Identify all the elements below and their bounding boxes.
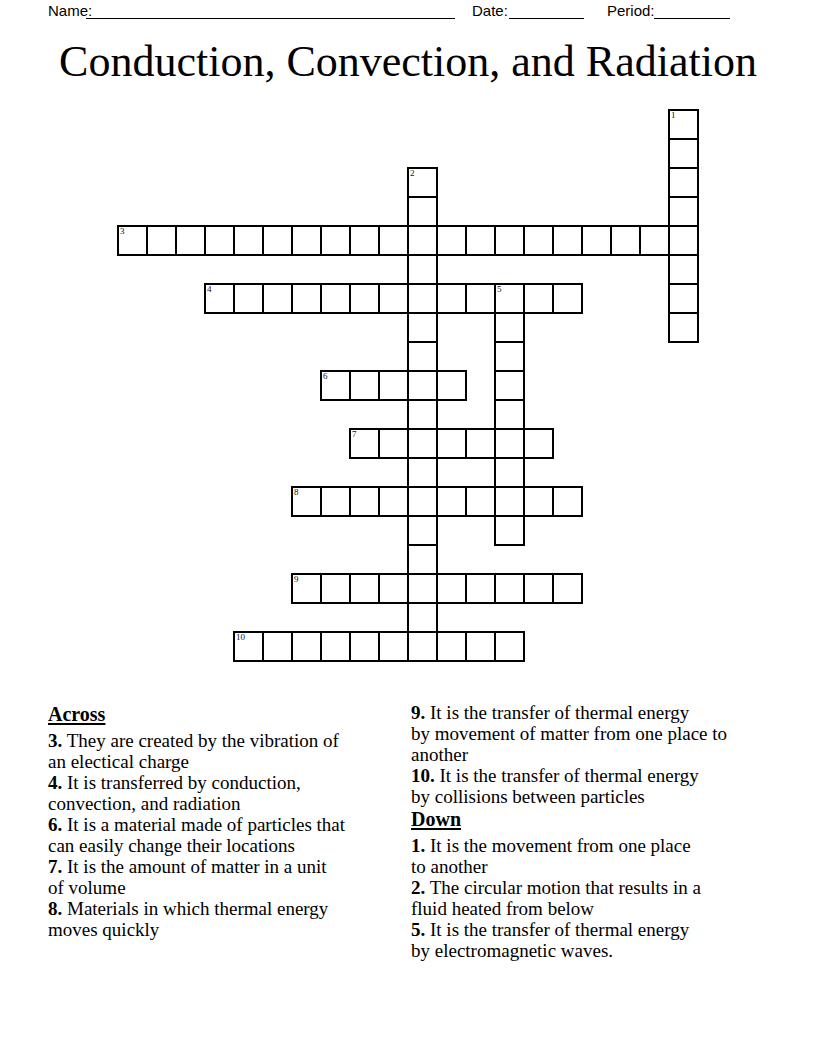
grid-cell[interactable]: [495, 632, 524, 661]
grid-cell[interactable]: [495, 342, 524, 371]
clue-10: 10. It is the transfer of thermal energy…: [411, 765, 777, 807]
clues-heading-down: Down: [411, 807, 777, 831]
clue-number: 9.: [411, 702, 425, 723]
clue-text: It is the transfer of thermal energy by …: [411, 765, 699, 807]
clue-1: 1. It is the movement from one place to …: [411, 835, 777, 877]
grid-cell[interactable]: [379, 226, 408, 255]
grid-cell[interactable]: [350, 574, 379, 603]
clue-number: 1.: [411, 835, 425, 856]
grid-cell[interactable]: [408, 429, 437, 458]
grid-cell[interactable]: [147, 226, 176, 255]
grid-cell[interactable]: [379, 284, 408, 313]
clue-text: It is the transfer of thermal energy by …: [411, 919, 689, 961]
grid-cell[interactable]: [292, 632, 321, 661]
grid-cell[interactable]: [553, 226, 582, 255]
clue-number-label: 8: [294, 488, 299, 497]
grid-cell[interactable]: [350, 226, 379, 255]
grid-cell[interactable]: [669, 255, 698, 284]
grid-cell[interactable]: [321, 574, 350, 603]
clue-text: Materials in which thermal energy moves …: [48, 898, 328, 940]
grid-cell[interactable]: [263, 226, 292, 255]
grid-cell[interactable]: [611, 226, 640, 255]
clue-text: It is the amount of matter in a unit of …: [48, 856, 327, 898]
grid-cell[interactable]: [234, 226, 263, 255]
grid-cell[interactable]: [408, 458, 437, 487]
grid-cell[interactable]: [321, 226, 350, 255]
grid-cell[interactable]: [466, 632, 495, 661]
grid-cell[interactable]: [408, 603, 437, 632]
clues-heading-across: Across: [48, 702, 406, 726]
clue-number: 6.: [48, 814, 62, 835]
clue-number-label: 3: [120, 227, 125, 236]
clue-5: 5. It is the transfer of thermal energy …: [411, 919, 777, 961]
clue-6: 6. It is a material made of particles th…: [48, 814, 406, 856]
grid-cell[interactable]: [437, 429, 466, 458]
grid-cell[interactable]: [234, 284, 263, 313]
grid-cell[interactable]: [350, 487, 379, 516]
grid-cell[interactable]: [379, 429, 408, 458]
grid-cell[interactable]: [495, 429, 524, 458]
grid-cell[interactable]: [292, 284, 321, 313]
grid-cell[interactable]: [408, 574, 437, 603]
grid-cell[interactable]: [408, 342, 437, 371]
clue-2: 2. The circular motion that results in a…: [411, 877, 777, 919]
grid-cell[interactable]: [582, 226, 611, 255]
grid-cell[interactable]: [408, 197, 437, 226]
grid-cell[interactable]: [466, 284, 495, 313]
grid-cell[interactable]: [408, 516, 437, 545]
grid-cell[interactable]: [408, 255, 437, 284]
grid-cell[interactable]: [205, 226, 234, 255]
grid-cell[interactable]: [495, 458, 524, 487]
grid-cell[interactable]: [263, 632, 292, 661]
clue-7: 7. It is the amount of matter in a unit …: [48, 856, 406, 898]
grid-cell[interactable]: [408, 632, 437, 661]
grid-cell[interactable]: [176, 226, 205, 255]
clues-column-right: 9. It is the transfer of thermal energy …: [411, 702, 777, 961]
clue-number: 8.: [48, 898, 62, 919]
grid-cell[interactable]: [524, 429, 553, 458]
date-label: Date:: [472, 2, 508, 19]
grid-cell[interactable]: [466, 429, 495, 458]
crossword-grid: 12345678910: [118, 110, 698, 661]
clue-number-label: 1: [671, 111, 676, 120]
clue-number: 7.: [48, 856, 62, 877]
grid-cell[interactable]: [263, 284, 292, 313]
grid-cell[interactable]: [466, 226, 495, 255]
clue-number-label: 6: [323, 372, 328, 381]
clue-3: 3. They are created by the vibration of …: [48, 730, 406, 772]
worksheet-page: Name: Date: Period: Conduction, Convecti…: [0, 0, 816, 1056]
grid-cell[interactable]: [437, 632, 466, 661]
grid-cell[interactable]: [553, 284, 582, 313]
clue-8: 8. Materials in which thermal energy mov…: [48, 898, 406, 940]
grid-cell[interactable]: [437, 371, 466, 400]
grid-cell[interactable]: [350, 632, 379, 661]
grid-cell[interactable]: [408, 545, 437, 574]
grid-cell[interactable]: [640, 226, 669, 255]
grid-cell[interactable]: [466, 574, 495, 603]
grid-cell[interactable]: [437, 487, 466, 516]
clue-number: 10.: [411, 765, 435, 786]
grid-cell[interactable]: [408, 226, 437, 255]
clue-number: 3.: [48, 730, 62, 751]
clue-number-label: 2: [410, 169, 415, 178]
grid-cell[interactable]: [437, 574, 466, 603]
grid-cell[interactable]: [553, 574, 582, 603]
grid-cell[interactable]: [669, 139, 698, 168]
clue-text: It is transferred by conduction, convect…: [48, 772, 301, 814]
grid-cell[interactable]: [495, 516, 524, 545]
grid-cell[interactable]: [321, 284, 350, 313]
clue-number-label: 9: [294, 575, 299, 584]
clue-text: The circular motion that results in a fl…: [411, 877, 701, 919]
grid-cell[interactable]: [321, 487, 350, 516]
clue-number-label: 5: [497, 285, 502, 294]
grid-cell[interactable]: [669, 284, 698, 313]
grid-cell[interactable]: [292, 226, 321, 255]
grid-cell[interactable]: [669, 168, 698, 197]
grid-cell[interactable]: [524, 284, 553, 313]
grid-cell[interactable]: [350, 371, 379, 400]
grid-cell[interactable]: [437, 284, 466, 313]
grid-cell[interactable]: [553, 487, 582, 516]
name-blank-line[interactable]: [86, 1, 455, 19]
grid-cell[interactable]: [524, 574, 553, 603]
grid-cell[interactable]: [669, 313, 698, 342]
clue-number-label: 7: [352, 430, 357, 439]
page-title: Conduction, Convection, and Radiation: [0, 40, 816, 84]
clue-number-label: 10: [236, 633, 245, 642]
clue-4: 4. It is transferred by conduction, conv…: [48, 772, 406, 814]
period-label: Period:: [607, 2, 655, 19]
clue-text: It is the transfer of thermal energy by …: [411, 702, 727, 765]
date-blank-line[interactable]: [509, 1, 584, 19]
grid-cell[interactable]: [495, 313, 524, 342]
grid-cell[interactable]: [321, 632, 350, 661]
grid-cell[interactable]: [408, 487, 437, 516]
grid-cell[interactable]: [408, 371, 437, 400]
clue-text: They are created by the vibration of an …: [48, 730, 339, 772]
grid-cell[interactable]: [408, 284, 437, 313]
grid-cell[interactable]: [350, 284, 379, 313]
grid-cell[interactable]: [524, 487, 553, 516]
grid-cell[interactable]: [466, 487, 495, 516]
grid-cell[interactable]: [408, 313, 437, 342]
clue-number: 2.: [411, 877, 425, 898]
clue-number: 4.: [48, 772, 62, 793]
grid-cell[interactable]: [495, 226, 524, 255]
grid-cell[interactable]: [437, 226, 466, 255]
grid-cell[interactable]: [495, 371, 524, 400]
clue-text: It is the movement from one place to ano…: [411, 835, 691, 877]
grid-cell[interactable]: [379, 632, 408, 661]
grid-cell[interactable]: [669, 197, 698, 226]
grid-cell[interactable]: [408, 400, 437, 429]
clues-column-left: Across3. They are created by the vibrati…: [48, 702, 406, 940]
grid-cell[interactable]: [669, 226, 698, 255]
clue-number: 5.: [411, 919, 425, 940]
grid-cell[interactable]: [495, 487, 524, 516]
grid-cell[interactable]: [379, 487, 408, 516]
grid-cell[interactable]: [495, 400, 524, 429]
grid-cell[interactable]: [379, 371, 408, 400]
grid-cell[interactable]: [495, 574, 524, 603]
grid-cell[interactable]: [524, 226, 553, 255]
clue-text: It is a material made of particles that …: [48, 814, 345, 856]
clue-number-label: 4: [207, 285, 212, 294]
period-blank-line[interactable]: [654, 1, 730, 19]
grid-cell[interactable]: [379, 574, 408, 603]
clue-9: 9. It is the transfer of thermal energy …: [411, 702, 777, 765]
